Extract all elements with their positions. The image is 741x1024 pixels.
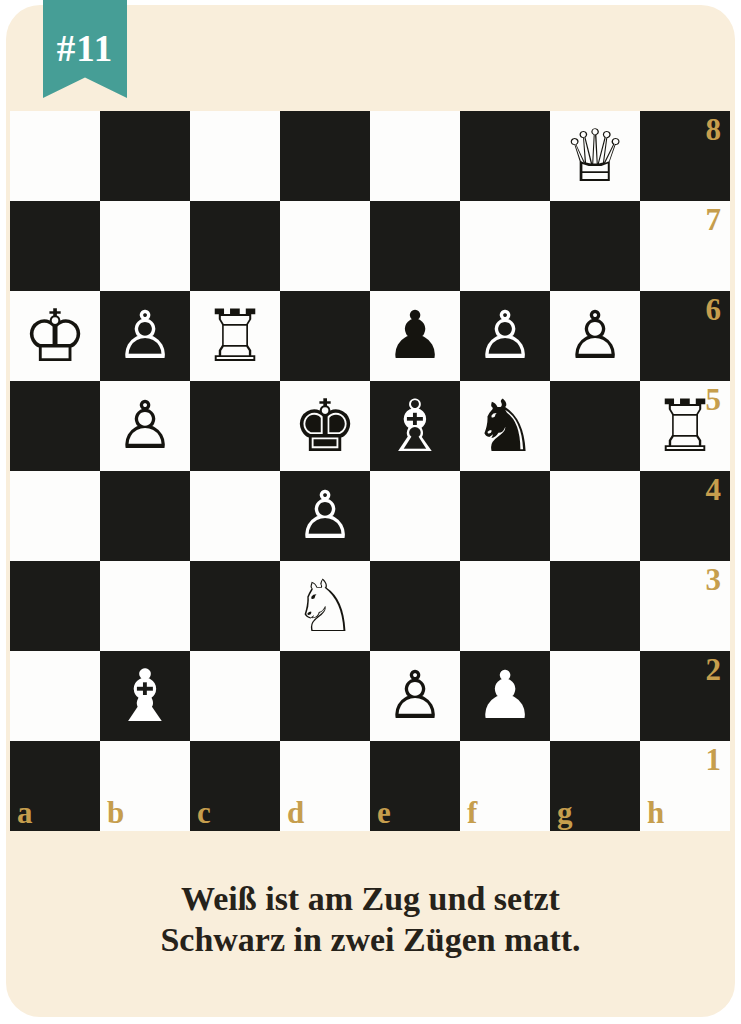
white-queen-g8: ♕ (563, 111, 628, 201)
rank-label-7: 7 (706, 203, 722, 237)
square-a7[interactable] (10, 201, 100, 291)
chess-board: ♕87♔♙♖♟♙♙6♙♚♗♞♖5♙4♘3♝♙♟2abcdefg1h (10, 111, 730, 831)
square-e7[interactable] (370, 201, 460, 291)
square-a2[interactable] (10, 651, 100, 741)
rank-label-5: 5 (706, 383, 722, 417)
black-bishop-e5: ♗ (383, 381, 448, 471)
file-label-e: e (377, 796, 391, 830)
rank-label-8: 8 (706, 113, 722, 147)
square-c7[interactable] (190, 201, 280, 291)
square-d7[interactable] (280, 201, 370, 291)
square-g7[interactable] (550, 201, 640, 291)
square-c2[interactable] (190, 651, 280, 741)
file-label-d: d (287, 796, 304, 830)
square-b7[interactable] (100, 201, 190, 291)
black-pawn-f6: ♙ (475, 291, 534, 381)
white-knight-d3: ♘ (293, 561, 358, 651)
rank-label-1: 1 (706, 743, 722, 777)
square-d4[interactable]: ♙ (280, 471, 370, 561)
black-pawn-b6: ♙ (115, 291, 174, 381)
square-h4[interactable]: 4 (640, 471, 730, 561)
square-g4[interactable] (550, 471, 640, 561)
white-rook-c6: ♖ (203, 291, 268, 381)
square-c8[interactable] (190, 111, 280, 201)
square-g1[interactable]: g (550, 741, 640, 831)
puzzle-caption: Weiß ist am Zug und setzt Schwarz in zwe… (0, 878, 741, 960)
file-label-a: a (17, 796, 33, 830)
square-f1[interactable]: f (460, 741, 550, 831)
square-f7[interactable] (460, 201, 550, 291)
square-c5[interactable] (190, 381, 280, 471)
white-pawn-g6: ♙ (565, 291, 624, 381)
square-g3[interactable] (550, 561, 640, 651)
square-d2[interactable] (280, 651, 370, 741)
square-d5[interactable]: ♚ (280, 381, 370, 471)
square-c4[interactable] (190, 471, 280, 561)
square-a1[interactable]: a (10, 741, 100, 831)
caption-line-2: Schwarz in zwei Zügen matt. (0, 919, 741, 960)
square-h2[interactable]: 2 (640, 651, 730, 741)
square-e1[interactable]: e (370, 741, 460, 831)
square-e5[interactable]: ♗ (370, 381, 460, 471)
square-a8[interactable] (10, 111, 100, 201)
black-knight-f5: ♞ (473, 381, 538, 471)
square-e8[interactable] (370, 111, 460, 201)
square-b1[interactable]: b (100, 741, 190, 831)
square-a6[interactable]: ♔ (10, 291, 100, 381)
square-h8[interactable]: 8 (640, 111, 730, 201)
square-c6[interactable]: ♖ (190, 291, 280, 381)
square-f6[interactable]: ♙ (460, 291, 550, 381)
square-b3[interactable] (100, 561, 190, 651)
square-b4[interactable] (100, 471, 190, 561)
file-label-h: h (647, 796, 664, 830)
file-label-c: c (197, 796, 211, 830)
white-pawn-b5: ♙ (115, 381, 174, 471)
square-h6[interactable]: 6 (640, 291, 730, 381)
square-g5[interactable] (550, 381, 640, 471)
square-f4[interactable] (460, 471, 550, 561)
black-pawn-d4: ♙ (295, 471, 354, 561)
file-label-f: f (467, 796, 477, 830)
white-pawn-e2: ♙ (385, 651, 444, 741)
square-h7[interactable]: 7 (640, 201, 730, 291)
white-pawn-f2: ♟ (475, 651, 534, 741)
square-b6[interactable]: ♙ (100, 291, 190, 381)
square-c3[interactable] (190, 561, 280, 651)
square-h3[interactable]: 3 (640, 561, 730, 651)
square-b8[interactable] (100, 111, 190, 201)
square-h1[interactable]: 1h (640, 741, 730, 831)
square-d8[interactable] (280, 111, 370, 201)
square-h5[interactable]: ♖5 (640, 381, 730, 471)
square-f5[interactable]: ♞ (460, 381, 550, 471)
square-g6[interactable]: ♙ (550, 291, 640, 381)
square-e3[interactable] (370, 561, 460, 651)
rank-label-4: 4 (706, 473, 722, 507)
puzzle-number-text: #11 (57, 30, 113, 67)
square-g2[interactable] (550, 651, 640, 741)
file-label-b: b (107, 796, 124, 830)
white-king-a6: ♔ (23, 291, 88, 381)
square-f2[interactable]: ♟ (460, 651, 550, 741)
square-a3[interactable] (10, 561, 100, 651)
black-king-d5: ♚ (293, 381, 358, 471)
square-e4[interactable] (370, 471, 460, 561)
rank-label-6: 6 (706, 293, 722, 327)
square-b2[interactable]: ♝ (100, 651, 190, 741)
white-bishop-b2: ♝ (113, 651, 178, 741)
square-g8[interactable]: ♕ (550, 111, 640, 201)
caption-line-1: Weiß ist am Zug und setzt (0, 878, 741, 919)
square-f3[interactable] (460, 561, 550, 651)
square-a4[interactable] (10, 471, 100, 561)
file-label-g: g (557, 796, 573, 830)
black-pawn-e6: ♟ (385, 291, 444, 381)
rank-label-2: 2 (706, 653, 722, 687)
square-d6[interactable] (280, 291, 370, 381)
square-f8[interactable] (460, 111, 550, 201)
rank-label-3: 3 (706, 563, 722, 597)
square-a5[interactable] (10, 381, 100, 471)
square-e2[interactable]: ♙ (370, 651, 460, 741)
square-d3[interactable]: ♘ (280, 561, 370, 651)
square-d1[interactable]: d (280, 741, 370, 831)
square-c1[interactable]: c (190, 741, 280, 831)
square-e6[interactable]: ♟ (370, 291, 460, 381)
square-b5[interactable]: ♙ (100, 381, 190, 471)
